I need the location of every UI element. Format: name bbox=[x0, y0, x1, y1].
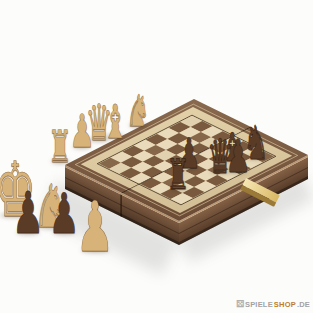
hinge-seam-front bbox=[120, 194, 122, 217]
die-icon: ⚄ bbox=[236, 300, 244, 309]
watermark-spiele: SPIELE bbox=[245, 300, 273, 309]
watermark: ⚄ SPIELE SHOP .DE bbox=[236, 300, 310, 309]
light-pawn: ♟ bbox=[69, 108, 95, 154]
light-pawn: ♟ bbox=[76, 192, 115, 262]
light-knight: ♞ bbox=[126, 89, 150, 133]
dark-pawn: ♟ bbox=[12, 184, 44, 242]
product-photo: ♜♟♛♝♞♜♟♛♝♟♞♚♟♞♟♟ ⚄ SPIELE SHOP .DE bbox=[0, 0, 313, 313]
dark-pawn: ♟ bbox=[225, 133, 251, 179]
watermark-de: .DE bbox=[297, 300, 310, 309]
light-rook: ♜ bbox=[48, 125, 72, 169]
watermark-shop: SHOP bbox=[274, 300, 296, 309]
dark-rook: ♜ bbox=[166, 154, 189, 196]
